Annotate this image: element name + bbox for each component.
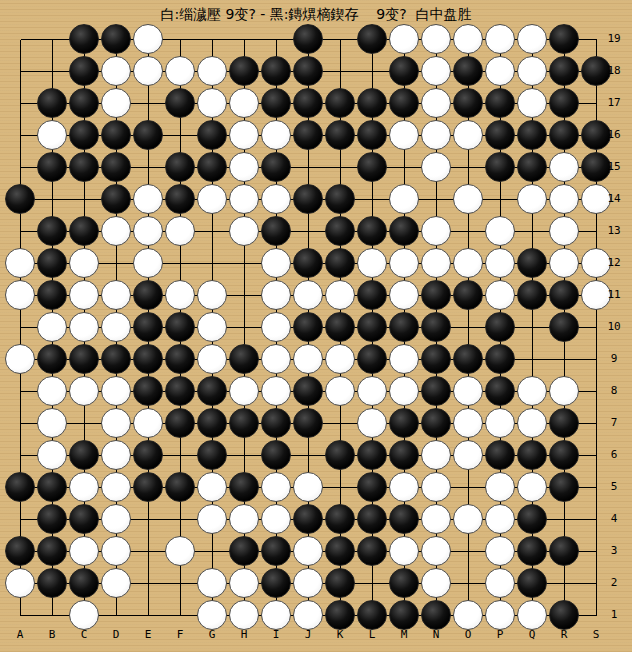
black-stone: ● <box>357 152 387 182</box>
white-stone: ● <box>389 536 419 566</box>
black-stone: ● <box>357 440 387 470</box>
black-stone: ● <box>325 312 355 342</box>
row-label: 11 <box>601 289 627 301</box>
black-stone: ● <box>133 280 163 310</box>
white-stone: ● <box>485 472 515 502</box>
white-stone: ● <box>101 536 131 566</box>
white-stone: ● <box>485 248 515 278</box>
black-stone: ● <box>389 504 419 534</box>
row-label: 7 <box>601 417 627 429</box>
black-stone: ● <box>165 344 195 374</box>
white-stone: ● <box>197 280 227 310</box>
white-stone: ● <box>101 472 131 502</box>
black-stone: ● <box>261 152 291 182</box>
black-stone: ● <box>37 280 67 310</box>
black-stone: ● <box>165 472 195 502</box>
black-stone: ● <box>517 568 547 598</box>
row-label: 2 <box>601 577 627 589</box>
white-stone: ● <box>37 312 67 342</box>
black-stone: ● <box>37 248 67 278</box>
white-stone: ● <box>389 344 419 374</box>
black-stone: ● <box>293 184 323 214</box>
black-stone: ● <box>549 472 579 502</box>
black-stone: ● <box>485 440 515 470</box>
black-stone: ● <box>229 344 259 374</box>
black-stone: ● <box>229 408 259 438</box>
black-stone: ● <box>485 344 515 374</box>
black-stone: ● <box>69 216 99 246</box>
black-stone: ● <box>549 600 579 630</box>
white-stone: ● <box>485 24 515 54</box>
black-stone: ● <box>517 120 547 150</box>
black-stone: ● <box>357 280 387 310</box>
white-stone: ● <box>453 376 483 406</box>
black-stone: ● <box>357 24 387 54</box>
black-stone: ● <box>485 376 515 406</box>
black-stone: ● <box>197 408 227 438</box>
row-label: 9 <box>601 353 627 365</box>
black-stone: ● <box>421 280 451 310</box>
white-stone: ● <box>101 280 131 310</box>
col-label: G <box>204 629 220 641</box>
white-stone: ● <box>165 536 195 566</box>
white-stone: ● <box>69 280 99 310</box>
black-stone: ● <box>293 120 323 150</box>
white-stone: ● <box>549 152 579 182</box>
white-stone: ● <box>485 504 515 534</box>
white-stone: ● <box>421 152 451 182</box>
white-stone: ● <box>421 88 451 118</box>
white-stone: ● <box>517 56 547 86</box>
white-stone: ● <box>101 440 131 470</box>
white-stone: ● <box>197 344 227 374</box>
black-stone: ● <box>101 152 131 182</box>
white-stone: ● <box>293 472 323 502</box>
black-stone: ● <box>453 344 483 374</box>
white-stone: ● <box>261 184 291 214</box>
black-stone: ● <box>101 344 131 374</box>
col-label: F <box>172 629 188 641</box>
black-stone: ● <box>293 24 323 54</box>
white-stone: ● <box>229 216 259 246</box>
black-stone: ● <box>197 376 227 406</box>
black-stone: ● <box>325 600 355 630</box>
black-stone: ● <box>325 248 355 278</box>
black-stone: ● <box>293 248 323 278</box>
black-stone: ● <box>389 408 419 438</box>
white-stone: ● <box>421 472 451 502</box>
white-stone: ● <box>517 408 547 438</box>
white-stone: ● <box>197 184 227 214</box>
white-stone: ● <box>421 120 451 150</box>
row-label: 1 <box>601 609 627 621</box>
white-stone: ● <box>37 408 67 438</box>
col-label: S <box>588 629 604 641</box>
row-label: 8 <box>601 385 627 397</box>
white-stone: ● <box>101 56 131 86</box>
white-stone: ● <box>229 504 259 534</box>
white-stone: ● <box>5 280 35 310</box>
black-stone: ● <box>37 344 67 374</box>
white-stone: ● <box>165 280 195 310</box>
black-stone: ● <box>357 88 387 118</box>
white-stone: ● <box>101 88 131 118</box>
white-stone: ● <box>517 600 547 630</box>
white-stone: ● <box>37 376 67 406</box>
black-stone: ● <box>485 120 515 150</box>
white-stone: ● <box>69 600 99 630</box>
white-stone: ● <box>325 344 355 374</box>
white-stone: ● <box>421 56 451 86</box>
white-stone: ● <box>357 376 387 406</box>
black-stone: ● <box>517 152 547 182</box>
white-stone: ● <box>5 344 35 374</box>
white-stone: ● <box>101 504 131 534</box>
white-stone: ● <box>453 600 483 630</box>
black-stone: ● <box>453 56 483 86</box>
col-label: P <box>492 629 508 641</box>
col-label: D <box>108 629 124 641</box>
white-stone: ● <box>101 408 131 438</box>
white-stone: ● <box>421 536 451 566</box>
white-stone: ● <box>293 536 323 566</box>
black-stone: ● <box>549 280 579 310</box>
white-stone: ● <box>389 248 419 278</box>
black-stone: ● <box>357 216 387 246</box>
white-stone: ● <box>101 312 131 342</box>
black-stone: ● <box>517 504 547 534</box>
white-stone: ● <box>421 248 451 278</box>
white-stone: ● <box>549 216 579 246</box>
black-stone: ● <box>421 600 451 630</box>
black-stone: ● <box>293 376 323 406</box>
white-stone: ● <box>485 536 515 566</box>
black-stone: ● <box>69 152 99 182</box>
white-stone: ● <box>261 504 291 534</box>
row-label: 3 <box>601 545 627 557</box>
white-stone: ● <box>229 120 259 150</box>
white-stone: ● <box>229 184 259 214</box>
black-stone: ● <box>389 56 419 86</box>
white-stone: ● <box>133 408 163 438</box>
white-stone: ● <box>485 56 515 86</box>
white-stone: ● <box>133 184 163 214</box>
black-stone: ● <box>37 88 67 118</box>
black-stone: ● <box>325 440 355 470</box>
black-stone: ● <box>5 472 35 502</box>
white-stone: ● <box>197 312 227 342</box>
white-stone: ● <box>37 120 67 150</box>
white-stone: ● <box>261 344 291 374</box>
white-stone: ● <box>133 24 163 54</box>
white-stone: ● <box>325 280 355 310</box>
black-stone: ● <box>293 504 323 534</box>
col-label: R <box>556 629 572 641</box>
black-stone: ● <box>69 24 99 54</box>
white-stone: ● <box>261 312 291 342</box>
row-label: 16 <box>601 129 627 141</box>
white-stone: ● <box>229 600 259 630</box>
black-stone: ● <box>197 152 227 182</box>
col-label: A <box>12 629 28 641</box>
white-stone: ● <box>293 600 323 630</box>
white-stone: ● <box>69 248 99 278</box>
white-stone: ● <box>197 88 227 118</box>
black-stone: ● <box>549 536 579 566</box>
white-stone: ● <box>517 24 547 54</box>
white-stone: ● <box>5 248 35 278</box>
black-stone: ● <box>165 88 195 118</box>
black-stone: ● <box>69 56 99 86</box>
col-label: N <box>428 629 444 641</box>
white-stone: ● <box>133 248 163 278</box>
row-label: 10 <box>601 321 627 333</box>
white-stone: ● <box>389 472 419 502</box>
white-stone: ● <box>421 216 451 246</box>
white-stone: ● <box>453 504 483 534</box>
white-stone: ● <box>197 56 227 86</box>
white-stone: ● <box>133 56 163 86</box>
row-label: 4 <box>601 513 627 525</box>
white-stone: ● <box>197 472 227 502</box>
row-label: 15 <box>601 161 627 173</box>
black-stone: ● <box>101 184 131 214</box>
white-stone: ● <box>389 24 419 54</box>
black-stone: ● <box>69 344 99 374</box>
black-stone: ● <box>101 24 131 54</box>
black-stone: ● <box>453 88 483 118</box>
white-stone: ● <box>133 216 163 246</box>
black-stone: ● <box>517 248 547 278</box>
black-stone: ● <box>325 120 355 150</box>
white-stone: ● <box>517 184 547 214</box>
black-stone: ● <box>69 504 99 534</box>
white-stone: ● <box>261 280 291 310</box>
black-stone: ● <box>293 312 323 342</box>
white-stone: ● <box>453 440 483 470</box>
black-stone: ● <box>165 184 195 214</box>
white-stone: ● <box>197 504 227 534</box>
white-stone: ● <box>293 280 323 310</box>
black-stone: ● <box>261 216 291 246</box>
black-stone: ● <box>421 376 451 406</box>
white-stone: ● <box>549 376 579 406</box>
white-stone: ● <box>517 88 547 118</box>
black-stone: ● <box>389 88 419 118</box>
white-stone: ● <box>197 600 227 630</box>
white-stone: ● <box>421 504 451 534</box>
black-stone: ● <box>165 376 195 406</box>
black-stone: ● <box>325 88 355 118</box>
black-stone: ● <box>357 120 387 150</box>
black-stone: ● <box>69 568 99 598</box>
black-stone: ● <box>453 280 483 310</box>
white-stone: ● <box>389 120 419 150</box>
black-stone: ● <box>389 600 419 630</box>
black-stone: ● <box>133 344 163 374</box>
black-stone: ● <box>357 472 387 502</box>
white-stone: ● <box>261 600 291 630</box>
black-stone: ● <box>325 504 355 534</box>
row-label: 17 <box>601 97 627 109</box>
black-stone: ● <box>261 440 291 470</box>
black-stone: ● <box>165 312 195 342</box>
black-stone: ● <box>357 536 387 566</box>
black-stone: ● <box>357 600 387 630</box>
black-stone: ● <box>133 120 163 150</box>
white-stone: ● <box>485 408 515 438</box>
white-stone: ● <box>101 568 131 598</box>
black-stone: ● <box>549 120 579 150</box>
black-stone: ● <box>261 88 291 118</box>
white-stone: ● <box>485 216 515 246</box>
white-stone: ● <box>389 280 419 310</box>
white-stone: ● <box>165 56 195 86</box>
black-stone: ● <box>325 184 355 214</box>
row-label: 19 <box>601 33 627 45</box>
black-stone: ● <box>37 472 67 502</box>
black-stone: ● <box>549 408 579 438</box>
black-stone: ● <box>485 152 515 182</box>
white-stone: ● <box>549 184 579 214</box>
black-stone: ● <box>37 504 67 534</box>
white-stone: ● <box>485 568 515 598</box>
black-stone: ● <box>389 216 419 246</box>
white-stone: ● <box>229 376 259 406</box>
black-stone: ● <box>293 56 323 86</box>
col-label: H <box>236 629 252 641</box>
black-stone: ● <box>229 536 259 566</box>
black-stone: ● <box>229 472 259 502</box>
white-stone: ● <box>229 568 259 598</box>
col-label: B <box>44 629 60 641</box>
white-stone: ● <box>69 472 99 502</box>
black-stone: ● <box>37 216 67 246</box>
black-stone: ● <box>261 536 291 566</box>
white-stone: ● <box>69 376 99 406</box>
white-stone: ● <box>421 440 451 470</box>
col-label: M <box>396 629 412 641</box>
white-stone: ● <box>5 568 35 598</box>
white-stone: ● <box>453 248 483 278</box>
black-stone: ● <box>421 344 451 374</box>
black-stone: ● <box>165 408 195 438</box>
black-stone: ● <box>261 408 291 438</box>
black-stone: ● <box>101 120 131 150</box>
white-stone: ● <box>389 376 419 406</box>
black-stone: ● <box>69 88 99 118</box>
black-stone: ● <box>37 536 67 566</box>
white-stone: ● <box>357 248 387 278</box>
white-stone: ● <box>165 216 195 246</box>
white-stone: ● <box>549 248 579 278</box>
white-stone: ● <box>389 184 419 214</box>
white-stone: ● <box>229 88 259 118</box>
black-stone: ● <box>357 504 387 534</box>
black-stone: ● <box>69 440 99 470</box>
black-stone: ● <box>421 312 451 342</box>
white-stone: ● <box>421 24 451 54</box>
white-stone: ● <box>101 216 131 246</box>
black-stone: ● <box>357 312 387 342</box>
black-stone: ● <box>357 344 387 374</box>
white-stone: ● <box>261 376 291 406</box>
black-stone: ● <box>549 312 579 342</box>
black-stone: ● <box>197 440 227 470</box>
black-stone: ● <box>197 120 227 150</box>
row-label: 6 <box>601 449 627 461</box>
white-stone: ● <box>261 248 291 278</box>
white-stone: ● <box>357 408 387 438</box>
black-stone: ● <box>549 440 579 470</box>
black-stone: ● <box>389 440 419 470</box>
white-stone: ● <box>229 152 259 182</box>
white-stone: ● <box>293 568 323 598</box>
black-stone: ● <box>325 568 355 598</box>
white-stone: ● <box>69 312 99 342</box>
black-stone: ● <box>261 56 291 86</box>
black-stone: ● <box>325 216 355 246</box>
black-stone: ● <box>133 440 163 470</box>
row-label: 18 <box>601 65 627 77</box>
black-stone: ● <box>389 312 419 342</box>
col-label: I <box>268 629 284 641</box>
black-stone: ● <box>325 536 355 566</box>
white-stone: ● <box>261 472 291 502</box>
black-stone: ● <box>165 152 195 182</box>
row-label: 12 <box>601 257 627 269</box>
black-stone: ● <box>5 184 35 214</box>
black-stone: ● <box>421 408 451 438</box>
white-stone: ● <box>485 600 515 630</box>
col-label: O <box>460 629 476 641</box>
col-label: C <box>76 629 92 641</box>
white-stone: ● <box>261 120 291 150</box>
white-stone: ● <box>453 408 483 438</box>
black-stone: ● <box>549 56 579 86</box>
row-label: 14 <box>601 193 627 205</box>
black-stone: ● <box>133 376 163 406</box>
black-stone: ● <box>37 568 67 598</box>
white-stone: ● <box>421 568 451 598</box>
col-label: E <box>140 629 156 641</box>
go-app-window: 白:缁濊壓 9变? - 黑:鏄熼樀鍥存 9变? 白中盘胜 ●●●●●●●●●●●… <box>0 0 632 652</box>
black-stone: ● <box>133 312 163 342</box>
black-stone: ● <box>517 280 547 310</box>
white-stone: ● <box>485 280 515 310</box>
black-stone: ● <box>293 88 323 118</box>
row-label: 13 <box>601 225 627 237</box>
col-label: K <box>332 629 348 641</box>
black-stone: ● <box>549 24 579 54</box>
black-stone: ● <box>293 408 323 438</box>
black-stone: ● <box>133 472 163 502</box>
white-stone: ● <box>325 376 355 406</box>
white-stone: ● <box>453 120 483 150</box>
white-stone: ● <box>517 376 547 406</box>
black-stone: ● <box>5 536 35 566</box>
white-stone: ● <box>69 536 99 566</box>
white-stone: ● <box>453 24 483 54</box>
col-label: L <box>364 629 380 641</box>
black-stone: ● <box>517 536 547 566</box>
black-stone: ● <box>261 568 291 598</box>
black-stone: ● <box>229 56 259 86</box>
black-stone: ● <box>37 152 67 182</box>
white-stone: ● <box>517 472 547 502</box>
black-stone: ● <box>517 440 547 470</box>
black-stone: ● <box>485 88 515 118</box>
